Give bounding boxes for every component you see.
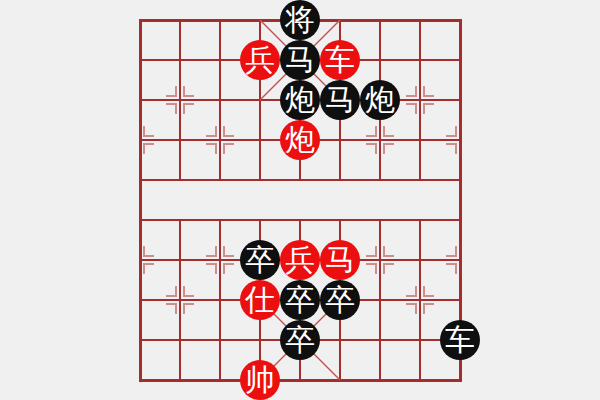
piece-black-horse[interactable]: 马 xyxy=(320,80,360,120)
piece-black-soldier[interactable]: 卒 xyxy=(280,320,320,360)
piece-black-cannon[interactable]: 炮 xyxy=(360,80,400,120)
piece-black-horse[interactable]: 马 xyxy=(280,40,320,80)
piece-red-soldier[interactable]: 兵 xyxy=(240,40,280,80)
piece-black-soldier[interactable]: 卒 xyxy=(280,280,320,320)
piece-red-chariot[interactable]: 车 xyxy=(320,40,360,80)
piece-red-general[interactable]: 帅 xyxy=(240,360,280,400)
piece-black-chariot[interactable]: 车 xyxy=(440,320,480,360)
piece-red-advisor[interactable]: 仕 xyxy=(240,280,280,320)
piece-red-soldier[interactable]: 兵 xyxy=(280,240,320,280)
piece-black-general[interactable]: 将 xyxy=(280,0,320,40)
piece-black-soldier[interactable]: 卒 xyxy=(320,280,360,320)
piece-layer: 将兵马车炮马炮炮卒兵马仕卒卒卒车帅 xyxy=(120,0,480,400)
xiangqi-diagram: 将兵马车炮马炮炮卒兵马仕卒卒卒车帅 xyxy=(0,0,600,400)
piece-black-soldier[interactable]: 卒 xyxy=(240,240,280,280)
piece-red-horse[interactable]: 马 xyxy=(320,240,360,280)
piece-black-cannon[interactable]: 炮 xyxy=(280,80,320,120)
piece-red-cannon[interactable]: 炮 xyxy=(280,120,320,160)
